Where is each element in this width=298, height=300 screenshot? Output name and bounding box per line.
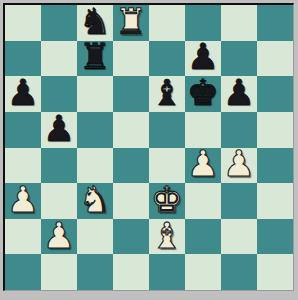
square-d7[interactable] (113, 41, 149, 77)
square-c1[interactable] (77, 254, 113, 290)
square-g4[interactable]: ♟ (221, 148, 257, 184)
square-g3[interactable] (221, 183, 257, 219)
square-c7[interactable]: ♜ (77, 41, 113, 77)
square-d8[interactable]: ♜ (113, 5, 149, 41)
black-bishop-piece[interactable]: ♝ (151, 76, 183, 111)
square-b6[interactable] (41, 76, 77, 112)
square-f2[interactable] (185, 219, 221, 255)
square-g5[interactable] (221, 112, 257, 148)
square-e8[interactable] (149, 5, 185, 41)
square-f3[interactable] (185, 183, 221, 219)
square-a4[interactable] (5, 148, 41, 184)
square-f4[interactable]: ♟ (185, 148, 221, 184)
black-pawn-piece[interactable]: ♟ (223, 76, 255, 111)
square-e1[interactable] (149, 254, 185, 290)
square-g8[interactable] (221, 5, 257, 41)
square-d6[interactable] (113, 76, 149, 112)
white-bishop-piece[interactable]: ♝ (151, 219, 183, 254)
square-d1[interactable] (113, 254, 149, 290)
square-c8[interactable]: ♞ (77, 5, 113, 41)
black-pawn-piece[interactable]: ♟ (7, 76, 39, 111)
square-h4[interactable] (257, 148, 293, 184)
square-e6[interactable]: ♝ (149, 76, 185, 112)
square-b8[interactable] (41, 5, 77, 41)
square-h2[interactable] (257, 219, 293, 255)
square-b4[interactable] (41, 148, 77, 184)
square-b3[interactable] (41, 183, 77, 219)
square-g2[interactable] (221, 219, 257, 255)
square-d5[interactable] (113, 112, 149, 148)
white-king-piece[interactable]: ♚ (151, 183, 183, 218)
white-pawn-piece[interactable]: ♟ (7, 183, 39, 218)
white-pawn-piece[interactable]: ♟ (223, 148, 255, 183)
black-knight-piece[interactable]: ♞ (79, 5, 111, 40)
black-king-piece[interactable]: ♚ (187, 76, 219, 111)
square-d3[interactable] (113, 183, 149, 219)
chess-board: ♞♜♜♟♟♝♚♟♟♟♟♟♞♚♟♝ (3, 3, 294, 291)
square-g1[interactable] (221, 254, 257, 290)
square-h3[interactable] (257, 183, 293, 219)
square-a3[interactable]: ♟ (5, 183, 41, 219)
square-e3[interactable]: ♚ (149, 183, 185, 219)
white-rook-piece[interactable]: ♜ (115, 5, 147, 40)
square-b1[interactable] (41, 254, 77, 290)
square-f6[interactable]: ♚ (185, 76, 221, 112)
square-d2[interactable] (113, 219, 149, 255)
square-h6[interactable] (257, 76, 293, 112)
square-d4[interactable] (113, 148, 149, 184)
white-pawn-piece[interactable]: ♟ (43, 219, 75, 254)
black-pawn-piece[interactable]: ♟ (43, 112, 75, 147)
square-h5[interactable] (257, 112, 293, 148)
square-a7[interactable] (5, 41, 41, 77)
square-c3[interactable]: ♞ (77, 183, 113, 219)
board-frame: ♞♜♜♟♟♝♚♟♟♟♟♟♞♚♟♝ (0, 0, 298, 300)
square-g6[interactable]: ♟ (221, 76, 257, 112)
black-pawn-piece[interactable]: ♟ (187, 41, 219, 76)
square-c2[interactable] (77, 219, 113, 255)
square-c5[interactable] (77, 112, 113, 148)
square-b2[interactable]: ♟ (41, 219, 77, 255)
white-pawn-piece[interactable]: ♟ (187, 148, 219, 183)
black-rook-piece[interactable]: ♜ (79, 41, 111, 76)
white-knight-piece[interactable]: ♞ (79, 183, 111, 218)
square-g7[interactable] (221, 41, 257, 77)
square-b7[interactable] (41, 41, 77, 77)
square-f5[interactable] (185, 112, 221, 148)
square-c4[interactable] (77, 148, 113, 184)
square-a1[interactable] (5, 254, 41, 290)
square-a5[interactable] (5, 112, 41, 148)
square-f8[interactable] (185, 5, 221, 41)
square-h1[interactable] (257, 254, 293, 290)
square-e7[interactable] (149, 41, 185, 77)
square-e4[interactable] (149, 148, 185, 184)
square-h7[interactable] (257, 41, 293, 77)
square-a6[interactable]: ♟ (5, 76, 41, 112)
square-f1[interactable] (185, 254, 221, 290)
square-c6[interactable] (77, 76, 113, 112)
square-e5[interactable] (149, 112, 185, 148)
square-f7[interactable]: ♟ (185, 41, 221, 77)
square-h8[interactable] (257, 5, 293, 41)
square-a8[interactable] (5, 5, 41, 41)
square-a2[interactable] (5, 219, 41, 255)
square-b5[interactable]: ♟ (41, 112, 77, 148)
square-e2[interactable]: ♝ (149, 219, 185, 255)
